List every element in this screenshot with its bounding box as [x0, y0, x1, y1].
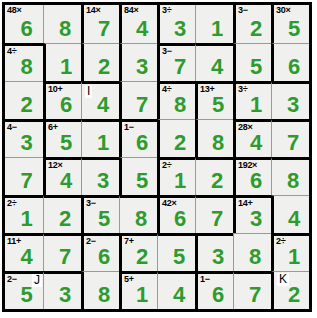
- cell-value: 4: [158, 284, 195, 306]
- cell-value: 2: [5, 94, 43, 116]
- cell-value: 4: [122, 18, 157, 40]
- cell-r8c8[interactable]: 2K: [271, 271, 309, 309]
- cell-value: 2: [236, 18, 271, 40]
- cell-r2c7[interactable]: 5: [233, 43, 271, 81]
- cell-value: 1: [82, 132, 119, 154]
- cell-r7c4[interactable]: 7+2: [119, 233, 157, 271]
- cell-value: 7: [5, 170, 43, 192]
- cell-r6c2[interactable]: 2: [43, 195, 81, 233]
- cell-r3c5[interactable]: 4÷8: [157, 81, 195, 119]
- cell-r3c8[interactable]: 3: [271, 81, 309, 119]
- cell-r3c1[interactable]: 2: [5, 81, 43, 119]
- cell-value: 6: [5, 18, 43, 40]
- cell-value: 4: [46, 170, 81, 192]
- cell-r6c7[interactable]: 14+3: [233, 195, 271, 233]
- cell-value: 5: [198, 94, 233, 116]
- cell-r4c4[interactable]: 1−6: [119, 119, 157, 157]
- kenken-board: 48×6814×784×43÷313−230×54÷81233−7456210+…: [2, 2, 312, 312]
- cell-value: 8: [84, 284, 119, 306]
- cell-value: 8: [44, 18, 81, 40]
- cell-r3c3[interactable]: 4I: [81, 81, 119, 119]
- cell-value: 2: [160, 132, 195, 154]
- cage-clue: 30×: [276, 5, 290, 16]
- cell-r2c2[interactable]: 1: [43, 43, 81, 81]
- cell-value: 7: [84, 18, 119, 40]
- cell-r4c2[interactable]: 6+5: [43, 119, 81, 157]
- cell-r5c5[interactable]: 2÷1: [157, 157, 195, 195]
- cell-r8c3[interactable]: 8: [81, 271, 119, 309]
- overlay-letter-i: I: [85, 85, 92, 98]
- cell-value: 8: [198, 132, 233, 154]
- cell-value: 8: [120, 208, 157, 230]
- cell-value: 5: [274, 18, 309, 40]
- cell-value: 4: [274, 208, 309, 230]
- cell-r4c1[interactable]: 4−3: [5, 119, 43, 157]
- cell-value: 2: [122, 246, 157, 268]
- cell-r5c6[interactable]: 2: [195, 157, 233, 195]
- cell-value: 8: [272, 170, 309, 192]
- cell-r5c3[interactable]: 3: [81, 157, 119, 195]
- cell-r4c6[interactable]: 8: [195, 119, 233, 157]
- cell-r1c8[interactable]: 30×5: [271, 5, 309, 43]
- cell-value: 3: [44, 284, 81, 306]
- cell-r1c4[interactable]: 84×4: [119, 5, 157, 43]
- cell-value: 7: [196, 208, 233, 230]
- cell-r6c3[interactable]: 3−5: [81, 195, 119, 233]
- cell-value: 6: [122, 132, 157, 154]
- cell-r5c7[interactable]: 192×6: [233, 157, 271, 195]
- overlay-letter-k: K: [277, 273, 289, 286]
- cell-value: 3: [5, 132, 43, 154]
- cell-value: 7: [234, 284, 271, 306]
- cell-r1c3[interactable]: 14×7: [81, 5, 119, 43]
- cell-value: 4: [236, 132, 271, 154]
- cell-value: 4: [196, 56, 233, 78]
- cell-value: 4: [5, 246, 43, 268]
- overlay-letter-j: J: [32, 274, 42, 287]
- cell-value: 1: [46, 56, 81, 78]
- cell-r5c2[interactable]: 12×4: [43, 157, 81, 195]
- cell-value: 2: [274, 284, 309, 306]
- cell-r8c2[interactable]: 3: [43, 271, 81, 309]
- cell-value: 8: [5, 56, 43, 78]
- cell-value: 3: [272, 94, 309, 116]
- cell-r4c7[interactable]: 28×4: [233, 119, 271, 157]
- cell-value: 2: [44, 208, 81, 230]
- cell-r3c7[interactable]: 3÷1: [233, 81, 271, 119]
- cell-r8c4[interactable]: 5+1: [119, 271, 157, 309]
- cell-r3c2[interactable]: 10+6: [43, 81, 81, 119]
- cage-clue: 3−: [238, 5, 248, 16]
- cell-value: 7: [160, 56, 195, 78]
- cell-value: 6: [84, 246, 119, 268]
- cell-value: 3: [122, 56, 157, 78]
- cell-value: 7: [122, 94, 157, 116]
- cell-value: 1: [236, 94, 271, 116]
- cell-r7c7[interactable]: 8: [233, 233, 271, 271]
- cell-r6c5[interactable]: 42×6: [157, 195, 195, 233]
- cage-clue: 84×: [124, 5, 138, 16]
- cage-clue: 48×: [7, 5, 21, 16]
- cell-r2c6[interactable]: 4: [195, 43, 233, 81]
- cell-r6c1[interactable]: 2÷1: [5, 195, 43, 233]
- cell-r2c1[interactable]: 4÷8: [5, 43, 43, 81]
- cell-r2c4[interactable]: 3: [119, 43, 157, 81]
- cell-r8c1[interactable]: 2−5J: [5, 271, 43, 309]
- cell-r2c8[interactable]: 6: [271, 43, 309, 81]
- cell-r7c6[interactable]: 3: [195, 233, 233, 271]
- cell-value: 7: [272, 132, 309, 154]
- cell-r1c6[interactable]: 1: [195, 5, 233, 43]
- cage-clue: 3÷: [162, 5, 171, 16]
- cell-r5c8[interactable]: 8: [271, 157, 309, 195]
- cell-value: 1: [160, 170, 195, 192]
- cell-value: 6: [46, 94, 81, 116]
- cell-r1c5[interactable]: 3÷3: [157, 5, 195, 43]
- cell-value: 5: [84, 208, 119, 230]
- cell-value: 1: [122, 284, 157, 306]
- cell-value: 6: [236, 170, 271, 192]
- cell-value: 1: [196, 18, 233, 40]
- cell-r6c6[interactable]: 7: [195, 195, 233, 233]
- cell-r7c5[interactable]: 5: [157, 233, 195, 271]
- cell-value: 5: [46, 132, 81, 154]
- cell-value: 5: [236, 56, 271, 78]
- cell-r2c5[interactable]: 3−7: [157, 43, 195, 81]
- cell-r2c3[interactable]: 2: [81, 43, 119, 81]
- cell-r7c3[interactable]: 2−6: [81, 233, 119, 271]
- cell-r4c5[interactable]: 2: [157, 119, 195, 157]
- cell-r1c7[interactable]: 3−2: [233, 5, 271, 43]
- cell-value: 3: [236, 208, 271, 230]
- cell-r5c4[interactable]: 5: [119, 157, 157, 195]
- cell-value: 3: [82, 170, 119, 192]
- cage-clue: 14×: [86, 5, 100, 16]
- cell-value: 8: [234, 246, 271, 268]
- cell-value: 7: [44, 246, 81, 268]
- cell-value: 5: [122, 170, 157, 192]
- cell-value: 2: [196, 170, 233, 192]
- cell-value: 5: [158, 246, 195, 268]
- cell-r8c5[interactable]: 4: [157, 271, 195, 309]
- cell-value: 3: [160, 18, 195, 40]
- cell-r8c7[interactable]: 7: [233, 271, 271, 309]
- cell-r3c6[interactable]: 13+5: [195, 81, 233, 119]
- cell-value: 6: [274, 56, 309, 78]
- cell-r3c4[interactable]: 7: [119, 81, 157, 119]
- cell-r4c3[interactable]: 1: [81, 119, 119, 157]
- cell-r4c8[interactable]: 7: [271, 119, 309, 157]
- cell-value: 3: [198, 246, 233, 268]
- cell-value: 8: [160, 94, 195, 116]
- cell-value: 1: [5, 208, 43, 230]
- cell-value: 2: [84, 56, 119, 78]
- cell-r6c8[interactable]: 4: [271, 195, 309, 233]
- cell-r5c1[interactable]: 7: [5, 157, 43, 195]
- cell-r7c1[interactable]: 11+4: [5, 233, 43, 271]
- cell-r7c2[interactable]: 7: [43, 233, 81, 271]
- cell-r8c6[interactable]: 1−6: [195, 271, 233, 309]
- cell-r1c1[interactable]: 48×6: [5, 5, 43, 43]
- cell-r6c4[interactable]: 8: [119, 195, 157, 233]
- cell-value: 1: [274, 246, 309, 268]
- cell-r7c8[interactable]: 2÷1: [271, 233, 309, 271]
- cell-r1c2[interactable]: 8: [43, 5, 81, 43]
- cell-value: 5: [5, 284, 43, 306]
- cell-value: 6: [160, 208, 195, 230]
- cell-value: 6: [198, 284, 233, 306]
